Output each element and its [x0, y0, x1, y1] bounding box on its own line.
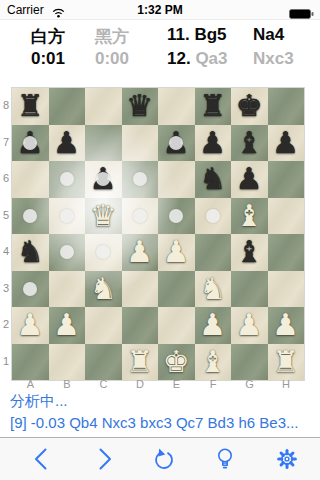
- square-d3[interactable]: [122, 271, 159, 308]
- square-a7[interactable]: ♟: [12, 125, 49, 162]
- square-g7[interactable]: ♝: [231, 125, 268, 162]
- legal-move-dot[interactable]: [23, 282, 37, 296]
- legal-move-dot[interactable]: [60, 209, 74, 223]
- square-h5[interactable]: [268, 198, 305, 235]
- white-knight[interactable]: ♞: [199, 274, 226, 304]
- analysis-status: 分析中...: [10, 392, 314, 411]
- square-d2[interactable]: [122, 307, 159, 344]
- square-c6[interactable]: ♟: [85, 161, 122, 198]
- lightbulb-icon: [212, 446, 238, 475]
- rank-label: 3: [0, 282, 12, 294]
- legal-move-dot[interactable]: [133, 172, 147, 186]
- black-rook[interactable]: ♜: [17, 91, 44, 121]
- square-g1[interactable]: [231, 344, 268, 381]
- rank-label: 1: [0, 355, 12, 367]
- square-e3[interactable]: [158, 271, 195, 308]
- move-row-1: 11. Bg5: [167, 25, 227, 45]
- legal-move-dot[interactable]: [169, 136, 183, 150]
- square-c5[interactable]: ♛: [85, 198, 122, 235]
- white-rook[interactable]: ♜: [126, 347, 153, 377]
- square-g3[interactable]: [231, 271, 268, 308]
- square-d1[interactable]: ♜: [122, 344, 159, 381]
- rank-label: 5: [0, 209, 12, 221]
- square-b5[interactable]: [49, 198, 86, 235]
- chevron-left-icon: [30, 446, 52, 475]
- square-a2[interactable]: ♟: [12, 307, 49, 344]
- settings-button[interactable]: [273, 446, 301, 474]
- legal-move-dot[interactable]: [169, 209, 183, 223]
- white-player-label: 白方: [18, 25, 78, 48]
- black-pawn[interactable]: ♟: [272, 128, 299, 158]
- status-bar: Carrier 1:32 PM: [0, 0, 320, 20]
- black-knight[interactable]: ♞: [199, 164, 226, 194]
- legal-move-dot[interactable]: [133, 209, 147, 223]
- square-c3[interactable]: ♞: [85, 271, 122, 308]
- square-d4[interactable]: ♟: [122, 234, 159, 271]
- black-player-label: 黑方: [82, 25, 142, 48]
- square-f3[interactable]: ♞: [195, 271, 232, 308]
- square-d8[interactable]: ♛: [122, 88, 159, 125]
- white-pawn[interactable]: ♟: [126, 237, 153, 267]
- hint-button[interactable]: [211, 446, 239, 474]
- white-pawn[interactable]: ♟: [53, 310, 80, 340]
- white-pawn[interactable]: ♟: [163, 237, 190, 267]
- legal-move-dot[interactable]: [96, 245, 110, 259]
- rank-label: 8: [0, 99, 12, 111]
- app-window: Carrier 1:32 PM 白方 黑方 11. Bg5 Na4 0:01 0…: [0, 0, 320, 480]
- white-bishop[interactable]: ♝: [199, 347, 226, 377]
- square-e2[interactable]: [158, 307, 195, 344]
- legal-move-dot[interactable]: [60, 172, 74, 186]
- rank-label: 6: [0, 172, 12, 184]
- square-f5[interactable]: [195, 198, 232, 235]
- white-queen[interactable]: ♛: [90, 201, 117, 231]
- white-knight[interactable]: ♞: [90, 274, 117, 304]
- square-f8[interactable]: ♜: [195, 88, 232, 125]
- square-g4[interactable]: ♝: [231, 234, 268, 271]
- square-h2[interactable]: ♟: [268, 307, 305, 344]
- square-g5[interactable]: ♝: [231, 198, 268, 235]
- file-label: H: [268, 378, 305, 390]
- file-label: B: [49, 378, 86, 390]
- black-rook[interactable]: ♜: [199, 91, 226, 121]
- square-a8[interactable]: ♜: [12, 88, 49, 125]
- square-a4[interactable]: ♞: [12, 234, 49, 271]
- black-pawn[interactable]: ♟: [236, 164, 263, 194]
- square-e1[interactable]: ♚: [158, 344, 195, 381]
- back-button[interactable]: [27, 446, 55, 474]
- square-a3[interactable]: [12, 271, 49, 308]
- white-pawn[interactable]: ♟: [272, 310, 299, 340]
- square-e7[interactable]: ♟: [158, 125, 195, 162]
- square-a1[interactable]: [12, 344, 49, 381]
- square-h8[interactable]: [268, 88, 305, 125]
- square-b6[interactable]: [49, 161, 86, 198]
- square-g8[interactable]: ♚: [231, 88, 268, 125]
- square-g2[interactable]: ♟: [231, 307, 268, 344]
- legal-move-dot[interactable]: [23, 209, 37, 223]
- file-label: E: [158, 378, 195, 390]
- square-f7[interactable]: ♟: [195, 125, 232, 162]
- square-e6[interactable]: [158, 161, 195, 198]
- white-pawn[interactable]: ♟: [236, 310, 263, 340]
- square-b2[interactable]: ♟: [49, 307, 86, 344]
- rank-label: 2: [0, 318, 12, 330]
- undo-icon: [151, 446, 177, 475]
- rank-label: 4: [0, 245, 12, 257]
- square-d5[interactable]: [122, 198, 159, 235]
- white-rook[interactable]: ♜: [272, 347, 299, 377]
- legal-move-dot[interactable]: [206, 209, 220, 223]
- gear-icon: [274, 446, 300, 475]
- black-queen[interactable]: ♛: [126, 91, 153, 121]
- forward-button[interactable]: [91, 446, 119, 474]
- file-label: F: [195, 378, 232, 390]
- legal-move-dot[interactable]: [23, 136, 37, 150]
- black-pawn[interactable]: ♟: [199, 128, 226, 158]
- square-e4[interactable]: ♟: [158, 234, 195, 271]
- white-clock: 0:01: [18, 49, 78, 69]
- square-c1[interactable]: [85, 344, 122, 381]
- black-knight[interactable]: ♞: [17, 237, 44, 267]
- analysis-line: [9] -0.03 Qb4 Nxc3 bxc3 Qc7 Bd3 h6 Be3..…: [10, 414, 314, 431]
- square-h7[interactable]: ♟: [268, 125, 305, 162]
- square-e5[interactable]: [158, 198, 195, 235]
- square-h1[interactable]: ♜: [268, 344, 305, 381]
- black-bishop[interactable]: ♝: [236, 237, 263, 267]
- move-row-2-black: Nxc3: [253, 49, 294, 69]
- black-king[interactable]: ♚: [236, 91, 263, 121]
- square-h4[interactable]: [268, 234, 305, 271]
- square-b8[interactable]: [49, 88, 86, 125]
- file-label: C: [85, 378, 122, 390]
- black-pawn[interactable]: ♟: [53, 128, 80, 158]
- square-d6[interactable]: [122, 161, 159, 198]
- white-pawn[interactable]: ♟: [17, 310, 44, 340]
- square-c8[interactable]: [85, 88, 122, 125]
- square-f2[interactable]: ♟: [195, 307, 232, 344]
- clock-time: 1:32 PM: [0, 3, 320, 17]
- white-pawn[interactable]: ♟: [199, 310, 226, 340]
- square-f6[interactable]: ♞: [195, 161, 232, 198]
- chess-board: ♜♛♜♚♟♟♟♟♝♟♟♞♟♛♝♞♟♟♝♞♞♟♟♟♟♟♜♚♝♜: [12, 88, 304, 380]
- chevron-right-icon: [94, 446, 116, 475]
- white-bishop[interactable]: ♝: [236, 201, 263, 231]
- square-c2[interactable]: [85, 307, 122, 344]
- undo-button[interactable]: [150, 446, 178, 474]
- game-header: 白方 黑方 11. Bg5 Na4 0:01 0:00 12. Qa3 Nxc3: [0, 20, 320, 88]
- square-b4[interactable]: [49, 234, 86, 271]
- analysis-panel: 分析中... [9] -0.03 Qb4 Nxc3 bxc3 Qc7 Bd3 h…: [10, 392, 314, 431]
- square-a5[interactable]: [12, 198, 49, 235]
- square-c4[interactable]: [85, 234, 122, 271]
- black-clock: 0:00: [82, 49, 142, 69]
- toolbar: [0, 437, 320, 480]
- square-f4[interactable]: [195, 234, 232, 271]
- white-king[interactable]: ♚: [163, 347, 190, 377]
- square-f1[interactable]: ♝: [195, 344, 232, 381]
- square-a6[interactable]: [12, 161, 49, 198]
- square-e8[interactable]: [158, 88, 195, 125]
- move-row-1-black: Na4: [253, 25, 284, 45]
- black-bishop[interactable]: ♝: [236, 128, 263, 158]
- file-label: G: [231, 378, 268, 390]
- square-b1[interactable]: [49, 344, 86, 381]
- file-label: D: [122, 378, 159, 390]
- square-c7[interactable]: [85, 125, 122, 162]
- square-h6[interactable]: [268, 161, 305, 198]
- square-b7[interactable]: ♟: [49, 125, 86, 162]
- square-g6[interactable]: ♟: [231, 161, 268, 198]
- legal-move-dot[interactable]: [60, 245, 74, 259]
- square-h3[interactable]: [268, 271, 305, 308]
- square-d7[interactable]: [122, 125, 159, 162]
- move-row-2: 12. Qa3: [167, 49, 228, 69]
- file-label: A: [12, 378, 49, 390]
- rank-label: 7: [0, 136, 12, 148]
- square-b3[interactable]: [49, 271, 86, 308]
